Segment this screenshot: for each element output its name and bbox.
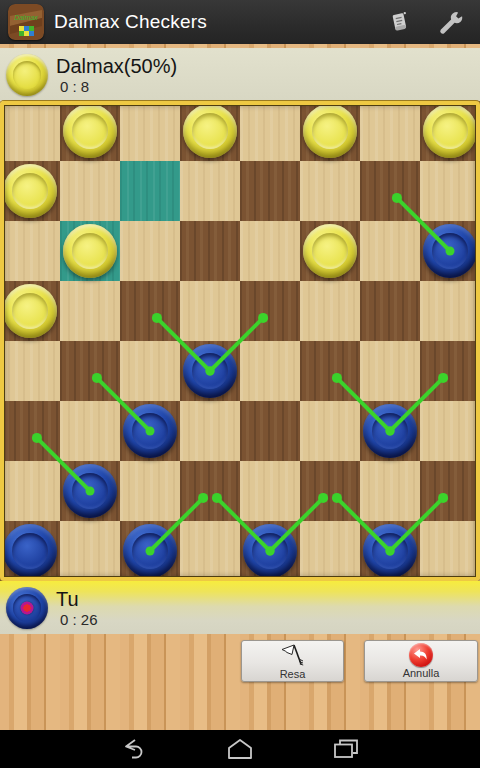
app-icon[interactable]: Dalmax <box>8 4 44 40</box>
opponent-time: 0 : 8 <box>56 78 177 95</box>
checker-yellow[interactable] <box>183 104 237 158</box>
white-flag-icon <box>278 642 308 668</box>
undo-label: Annulla <box>403 668 440 679</box>
action-bar-buttons <box>386 9 472 35</box>
opponent-info: Dalmax(50%) 0 : 8 <box>56 53 177 95</box>
checker-yellow[interactable] <box>303 104 357 158</box>
action-bar: Dalmax Dalmax Checkers <box>0 0 480 44</box>
app-icon-art: Dalmax <box>8 4 44 40</box>
resign-button[interactable]: Resa <box>241 640 344 682</box>
checker-yellow[interactable] <box>3 284 57 338</box>
yellow-checker-icon <box>6 54 48 96</box>
checker-blue[interactable] <box>363 404 417 458</box>
checker-yellow[interactable] <box>423 104 477 158</box>
checker-blue[interactable] <box>123 404 177 458</box>
checker-yellow[interactable] <box>63 224 117 278</box>
checker-blue[interactable] <box>3 524 57 578</box>
checker-yellow[interactable] <box>3 164 57 218</box>
checker-yellow[interactable] <box>63 104 117 158</box>
checker-yellow[interactable] <box>303 224 357 278</box>
svg-text:Dalmax: Dalmax <box>14 14 38 21</box>
player-info: Tu 0 : 26 <box>56 586 98 628</box>
undo-button[interactable]: Annulla <box>364 640 478 682</box>
opponent-bar: Dalmax(50%) 0 : 8 <box>0 48 480 101</box>
checker-blue[interactable] <box>423 224 477 278</box>
player-time: 0 : 26 <box>56 611 98 628</box>
app-title: Dalmax Checkers <box>54 11 207 33</box>
checker-blue[interactable] <box>183 344 237 398</box>
home-icon[interactable] <box>220 736 260 762</box>
board-pieces <box>0 101 480 581</box>
recents-icon[interactable] <box>326 736 366 762</box>
dalmax-checkers-app: Dalmax Dalmax Checkers <box>0 0 480 768</box>
wrench-settings-icon[interactable] <box>438 9 464 35</box>
checker-blue[interactable] <box>243 524 297 578</box>
blue-checker-turn-icon <box>6 587 48 629</box>
android-nav-bar <box>0 730 480 768</box>
move-list-icon[interactable] <box>386 9 412 35</box>
player-name: Tu <box>56 588 98 611</box>
player-bar: Tu 0 : 26 <box>0 581 480 634</box>
turn-indicator-dot <box>21 601 34 614</box>
checker-blue[interactable] <box>123 524 177 578</box>
red-undo-arrow-icon <box>409 643 433 667</box>
back-icon[interactable] <box>114 736 154 762</box>
checker-blue[interactable] <box>63 464 117 518</box>
checker-blue[interactable] <box>363 524 417 578</box>
opponent-name: Dalmax(50%) <box>56 55 177 78</box>
resign-label: Resa <box>280 669 306 680</box>
checkers-board <box>0 101 480 581</box>
